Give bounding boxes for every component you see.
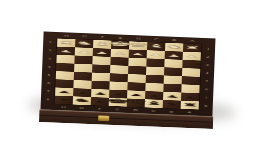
board-grid (55, 38, 202, 109)
folding-chess-box: HGFEDCBA HGFEDCBA 12345678 12345678 ♜♞♝♚… (41, 32, 216, 117)
coordinate-label: 8 (42, 95, 54, 104)
square-f8 (91, 97, 109, 106)
coordinate-label: 5 (201, 77, 213, 86)
rank-labels-right: 12345678 (200, 44, 215, 110)
coordinate-label: 6 (42, 79, 54, 88)
coordinate-label: 2 (44, 46, 56, 55)
coordinate-label: 5 (43, 71, 55, 80)
coordinate-label: 6 (200, 85, 212, 94)
coordinate-label: 4 (201, 69, 213, 78)
coordinate-label: 3 (43, 54, 55, 63)
pieces-layer: ♜♞♝♚♛♝♞♜♟♟♟♟♟♟♟♟♟♟♟♟♟♟♟♟♜♞♝♚♛♝♞♜ (44, 32, 216, 39)
board-tilt: HGFEDCBA HGFEDCBA 12345678 12345678 ♜♞♝♚… (39, 0, 218, 158)
chess-set-product-photo: HGFEDCBA HGFEDCBA 12345678 12345678 ♜♞♝♚… (0, 0, 256, 158)
coordinate-label: 8 (200, 101, 212, 110)
coordinate-label: 3 (201, 61, 213, 70)
square-a8 (181, 101, 199, 110)
coordinate-label: 1 (202, 44, 214, 53)
square-e8 (109, 98, 127, 107)
square-c8 (145, 99, 163, 108)
coordinate-label: 1 (44, 38, 56, 47)
coordinate-label: 2 (202, 52, 214, 61)
coordinate-label: 7 (42, 87, 54, 96)
square-b8 (163, 100, 181, 109)
square-d8 (127, 98, 145, 107)
coordinate-label: 7 (200, 93, 212, 102)
box-lid-seam (39, 115, 213, 123)
chessboard: HGFEDCBA HGFEDCBA 12345678 12345678 ♜♞♝♚… (41, 32, 216, 117)
scene: HGFEDCBA HGFEDCBA 12345678 12345678 ♜♞♝♚… (0, 0, 256, 158)
coordinate-label: 4 (43, 62, 55, 71)
square-g8 (73, 96, 91, 105)
square-h8 (55, 96, 73, 105)
brass-clasp-icon (98, 115, 109, 121)
